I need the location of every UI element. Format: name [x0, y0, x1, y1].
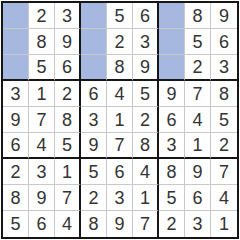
cell-r8c1[interactable]: 8 [3, 185, 29, 211]
cell-r4c9[interactable]: 8 [211, 81, 237, 107]
cell-r3c9[interactable]: 3 [211, 55, 237, 81]
cell-r7c5[interactable]: 6 [107, 159, 133, 185]
cell-r1c9[interactable]: 9 [211, 3, 237, 29]
cell-r9c8[interactable]: 3 [185, 211, 211, 237]
cell-r9c7[interactable]: 2 [159, 211, 185, 237]
cell-r6c4[interactable]: 9 [81, 133, 107, 159]
cell-r8c2[interactable]: 9 [29, 185, 55, 211]
cell-r9c5[interactable]: 9 [107, 211, 133, 237]
cell-r4c8[interactable]: 7 [185, 81, 211, 107]
cell-r8c3[interactable]: 7 [55, 185, 81, 211]
cell-r2c4[interactable] [81, 29, 107, 55]
cell-r2c9[interactable]: 6 [211, 29, 237, 55]
cell-r3c7[interactable] [159, 55, 185, 81]
cell-r7c4[interactable]: 5 [81, 159, 107, 185]
cell-r2c1[interactable] [3, 29, 29, 55]
cell-r9c9[interactable]: 1 [211, 211, 237, 237]
cell-r4c6[interactable]: 5 [133, 81, 159, 107]
cell-r6c5[interactable]: 7 [107, 133, 133, 159]
cell-r7c8[interactable]: 9 [185, 159, 211, 185]
cell-r5c2[interactable]: 7 [29, 107, 55, 133]
cell-r2c8[interactable]: 5 [185, 29, 211, 55]
cell-r9c1[interactable]: 5 [3, 211, 29, 237]
cell-r5c6[interactable]: 2 [133, 107, 159, 133]
cell-r8c6[interactable]: 1 [133, 185, 159, 211]
cell-r2c5[interactable]: 2 [107, 29, 133, 55]
cell-r9c3[interactable]: 4 [55, 211, 81, 237]
cell-r1c6[interactable]: 6 [133, 3, 159, 29]
cell-r1c3[interactable]: 3 [55, 3, 81, 29]
cell-r2c7[interactable] [159, 29, 185, 55]
cell-r7c6[interactable]: 4 [133, 159, 159, 185]
cell-r4c7[interactable]: 9 [159, 81, 185, 107]
cell-r1c1[interactable] [3, 3, 29, 29]
cell-r2c3[interactable]: 9 [55, 29, 81, 55]
cell-r3c3[interactable]: 6 [55, 55, 81, 81]
cell-r4c1[interactable]: 3 [3, 81, 29, 107]
cell-r4c5[interactable]: 4 [107, 81, 133, 107]
cell-r5c3[interactable]: 8 [55, 107, 81, 133]
cell-r1c4[interactable] [81, 3, 107, 29]
cell-r1c5[interactable]: 5 [107, 3, 133, 29]
cell-r2c2[interactable]: 8 [29, 29, 55, 55]
cell-r9c6[interactable]: 7 [133, 211, 159, 237]
cell-r6c3[interactable]: 5 [55, 133, 81, 159]
cell-r6c9[interactable]: 2 [211, 133, 237, 159]
cell-r5c8[interactable]: 4 [185, 107, 211, 133]
cell-r3c2[interactable]: 5 [29, 55, 55, 81]
cell-r8c7[interactable]: 5 [159, 185, 185, 211]
cell-r1c2[interactable]: 2 [29, 3, 55, 29]
cell-r6c1[interactable]: 6 [3, 133, 29, 159]
cell-r5c5[interactable]: 1 [107, 107, 133, 133]
cell-r3c1[interactable] [3, 55, 29, 81]
cell-r4c2[interactable]: 1 [29, 81, 55, 107]
cell-r7c9[interactable]: 7 [211, 159, 237, 185]
cell-r8c4[interactable]: 2 [81, 185, 107, 211]
cell-r8c5[interactable]: 3 [107, 185, 133, 211]
cell-r2c6[interactable]: 3 [133, 29, 159, 55]
cell-r4c3[interactable]: 2 [55, 81, 81, 107]
cell-r7c3[interactable]: 1 [55, 159, 81, 185]
cell-r7c2[interactable]: 3 [29, 159, 55, 185]
cell-r3c6[interactable]: 9 [133, 55, 159, 81]
cell-r7c1[interactable]: 2 [3, 159, 29, 185]
cell-r9c4[interactable]: 8 [81, 211, 107, 237]
cell-r4c4[interactable]: 6 [81, 81, 107, 107]
cell-r5c7[interactable]: 6 [159, 107, 185, 133]
cell-r7c7[interactable]: 8 [159, 159, 185, 185]
cell-r6c6[interactable]: 8 [133, 133, 159, 159]
cell-r6c2[interactable]: 4 [29, 133, 55, 159]
cell-r6c8[interactable]: 1 [185, 133, 211, 159]
sudoku-board: 2356898923565689233126459789783126456459… [1, 1, 239, 239]
cell-r1c8[interactable]: 8 [185, 3, 211, 29]
cell-r3c5[interactable]: 8 [107, 55, 133, 81]
cell-r1c7[interactable] [159, 3, 185, 29]
cell-r9c2[interactable]: 6 [29, 211, 55, 237]
cell-r6c7[interactable]: 3 [159, 133, 185, 159]
cell-r5c1[interactable]: 9 [3, 107, 29, 133]
cell-r3c8[interactable]: 2 [185, 55, 211, 81]
cell-r3c4[interactable] [81, 55, 107, 81]
cell-r5c4[interactable]: 3 [81, 107, 107, 133]
cell-r8c9[interactable]: 4 [211, 185, 237, 211]
cell-r8c8[interactable]: 6 [185, 185, 211, 211]
cell-r5c9[interactable]: 5 [211, 107, 237, 133]
